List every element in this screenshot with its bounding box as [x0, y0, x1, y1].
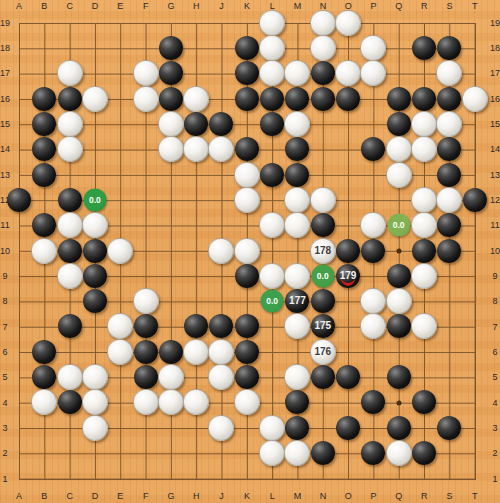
board-point-A5[interactable] — [6, 364, 31, 389]
board-point-M11[interactable] — [285, 213, 310, 238]
board-point-D14[interactable] — [82, 137, 107, 162]
board-point-J11[interactable] — [209, 213, 234, 238]
board-point-G14[interactable] — [158, 137, 183, 162]
board-point-A9[interactable] — [6, 263, 31, 288]
board-point-H17[interactable] — [184, 61, 209, 86]
board-point-J15[interactable] — [209, 111, 234, 136]
board-point-B1[interactable] — [32, 466, 57, 491]
board-point-P16[interactable] — [361, 86, 386, 111]
board-point-P2[interactable] — [361, 440, 386, 465]
board-point-S1[interactable] — [437, 466, 462, 491]
board-point-G3[interactable] — [158, 415, 183, 440]
board-point-K10[interactable] — [234, 238, 259, 263]
board-point-K4[interactable] — [234, 390, 259, 415]
board-point-P19[interactable] — [361, 10, 386, 35]
board-point-K15[interactable] — [234, 111, 259, 136]
board-point-K6[interactable] — [234, 339, 259, 364]
board-point-O19[interactable] — [335, 10, 360, 35]
board-point-F14[interactable] — [133, 137, 158, 162]
board-point-S13[interactable] — [437, 162, 462, 187]
board-point-L10[interactable] — [259, 238, 284, 263]
board-point-E12[interactable] — [108, 187, 133, 212]
board-point-N4[interactable] — [310, 390, 335, 415]
board-point-L2[interactable] — [259, 440, 284, 465]
board-point-J16[interactable] — [209, 86, 234, 111]
board-point-B9[interactable] — [32, 263, 57, 288]
board-point-D8[interactable] — [82, 288, 107, 313]
board-point-O1[interactable] — [335, 466, 360, 491]
board-point-J6[interactable] — [209, 339, 234, 364]
board-point-R5[interactable] — [411, 364, 436, 389]
board-point-B18[interactable] — [32, 35, 57, 60]
board-point-D7[interactable] — [82, 314, 107, 339]
board-point-C17[interactable] — [57, 61, 82, 86]
board-point-L1[interactable] — [259, 466, 284, 491]
board-point-O11[interactable] — [335, 213, 360, 238]
board-point-J7[interactable] — [209, 314, 234, 339]
board-point-G5[interactable] — [158, 364, 183, 389]
board-point-H9[interactable] — [184, 263, 209, 288]
board-point-K1[interactable] — [234, 466, 259, 491]
board-point-F2[interactable] — [133, 440, 158, 465]
board-point-M16[interactable] — [285, 86, 310, 111]
board-point-P12[interactable] — [361, 187, 386, 212]
board-point-A2[interactable] — [6, 440, 31, 465]
board-point-K11[interactable] — [234, 213, 259, 238]
board-point-E3[interactable] — [108, 415, 133, 440]
board-point-H12[interactable] — [184, 187, 209, 212]
board-point-N10[interactable]: 178 — [310, 238, 335, 263]
board-point-S18[interactable] — [437, 35, 462, 60]
board-point-C10[interactable] — [57, 238, 82, 263]
board-point-G16[interactable] — [158, 86, 183, 111]
board-point-M19[interactable] — [285, 10, 310, 35]
board-point-B15[interactable] — [32, 111, 57, 136]
board-point-A3[interactable] — [6, 415, 31, 440]
board-point-A14[interactable] — [6, 137, 31, 162]
board-point-T16[interactable] — [462, 86, 487, 111]
board-point-H14[interactable] — [184, 137, 209, 162]
board-point-O6[interactable] — [335, 339, 360, 364]
board-point-C16[interactable] — [57, 86, 82, 111]
board-point-T18[interactable] — [462, 35, 487, 60]
board-point-J5[interactable] — [209, 364, 234, 389]
board-point-J9[interactable] — [209, 263, 234, 288]
board-point-K12[interactable] — [234, 187, 259, 212]
board-point-S10[interactable] — [437, 238, 462, 263]
board-point-P13[interactable] — [361, 162, 386, 187]
board-point-M9[interactable] — [285, 263, 310, 288]
board-point-C7[interactable] — [57, 314, 82, 339]
board-point-H4[interactable] — [184, 390, 209, 415]
board-point-S8[interactable] — [437, 288, 462, 313]
board-point-L17[interactable] — [259, 61, 284, 86]
board-point-T2[interactable] — [462, 440, 487, 465]
board-point-E16[interactable] — [108, 86, 133, 111]
board-point-A4[interactable] — [6, 390, 31, 415]
board-point-R9[interactable] — [411, 263, 436, 288]
board-point-M1[interactable] — [285, 466, 310, 491]
board-point-P14[interactable] — [361, 137, 386, 162]
board-point-H18[interactable] — [184, 35, 209, 60]
board-point-J13[interactable] — [209, 162, 234, 187]
board-point-L16[interactable] — [259, 86, 284, 111]
board-point-N14[interactable] — [310, 137, 335, 162]
board-point-O3[interactable] — [335, 415, 360, 440]
board-point-S19[interactable] — [437, 10, 462, 35]
board-point-D16[interactable] — [82, 86, 107, 111]
board-point-Q15[interactable] — [386, 111, 411, 136]
board-point-G6[interactable] — [158, 339, 183, 364]
board-point-J12[interactable] — [209, 187, 234, 212]
board-point-O7[interactable] — [335, 314, 360, 339]
board-point-G19[interactable] — [158, 10, 183, 35]
board-point-K3[interactable] — [234, 415, 259, 440]
board-point-K8[interactable] — [234, 288, 259, 313]
board-point-S4[interactable] — [437, 390, 462, 415]
board-point-R10[interactable] — [411, 238, 436, 263]
board-point-Q18[interactable] — [386, 35, 411, 60]
board-point-C3[interactable] — [57, 415, 82, 440]
board-point-L8[interactable]: 0.0 — [259, 288, 284, 313]
board-point-P15[interactable] — [361, 111, 386, 136]
board-point-E5[interactable] — [108, 364, 133, 389]
board-point-D1[interactable] — [82, 466, 107, 491]
board-point-J2[interactable] — [209, 440, 234, 465]
board-point-Q3[interactable] — [386, 415, 411, 440]
board-point-N8[interactable] — [310, 288, 335, 313]
board-point-E9[interactable] — [108, 263, 133, 288]
board-point-M4[interactable] — [285, 390, 310, 415]
board-point-H15[interactable] — [184, 111, 209, 136]
board-point-L18[interactable] — [259, 35, 284, 60]
board-point-S3[interactable] — [437, 415, 462, 440]
board-point-C19[interactable] — [57, 10, 82, 35]
board-point-G17[interactable] — [158, 61, 183, 86]
board-point-G2[interactable] — [158, 440, 183, 465]
board-point-E6[interactable] — [108, 339, 133, 364]
board-point-J3[interactable] — [209, 415, 234, 440]
board-point-T9[interactable] — [462, 263, 487, 288]
board-point-G11[interactable] — [158, 213, 183, 238]
board-point-M2[interactable] — [285, 440, 310, 465]
board-point-M7[interactable] — [285, 314, 310, 339]
board-point-R6[interactable] — [411, 339, 436, 364]
board-point-S11[interactable] — [437, 213, 462, 238]
board-point-L4[interactable] — [259, 390, 284, 415]
board-point-S6[interactable] — [437, 339, 462, 364]
board-point-O10[interactable] — [335, 238, 360, 263]
board-point-N2[interactable] — [310, 440, 335, 465]
board-point-L19[interactable] — [259, 10, 284, 35]
board-point-B12[interactable] — [32, 187, 57, 212]
board-point-G13[interactable] — [158, 162, 183, 187]
board-point-L7[interactable] — [259, 314, 284, 339]
board-point-A19[interactable] — [6, 10, 31, 35]
board-point-K19[interactable] — [234, 10, 259, 35]
board-point-L5[interactable] — [259, 364, 284, 389]
board-point-J10[interactable] — [209, 238, 234, 263]
board-point-C2[interactable] — [57, 440, 82, 465]
board-point-R4[interactable] — [411, 390, 436, 415]
board-point-H1[interactable] — [184, 466, 209, 491]
board-point-F15[interactable] — [133, 111, 158, 136]
board-point-A6[interactable] — [6, 339, 31, 364]
board-point-Q11[interactable]: 0.0 — [386, 213, 411, 238]
board-point-F17[interactable] — [133, 61, 158, 86]
board-point-K5[interactable] — [234, 364, 259, 389]
board-point-R13[interactable] — [411, 162, 436, 187]
board-point-N16[interactable] — [310, 86, 335, 111]
board-point-D17[interactable] — [82, 61, 107, 86]
board-point-R15[interactable] — [411, 111, 436, 136]
board-point-S5[interactable] — [437, 364, 462, 389]
board-point-L12[interactable] — [259, 187, 284, 212]
board-point-E13[interactable] — [108, 162, 133, 187]
board-point-D13[interactable] — [82, 162, 107, 187]
board-point-R17[interactable] — [411, 61, 436, 86]
board-point-K16[interactable] — [234, 86, 259, 111]
board-point-N1[interactable] — [310, 466, 335, 491]
board-point-Q7[interactable] — [386, 314, 411, 339]
board-point-H10[interactable] — [184, 238, 209, 263]
board-point-T11[interactable] — [462, 213, 487, 238]
board-point-Q17[interactable] — [386, 61, 411, 86]
board-point-E10[interactable] — [108, 238, 133, 263]
board-point-G10[interactable] — [158, 238, 183, 263]
board-point-G7[interactable] — [158, 314, 183, 339]
board-point-O4[interactable] — [335, 390, 360, 415]
board-point-T17[interactable] — [462, 61, 487, 86]
board-point-H13[interactable] — [184, 162, 209, 187]
board-point-H2[interactable] — [184, 440, 209, 465]
board-point-J14[interactable] — [209, 137, 234, 162]
board-point-B5[interactable] — [32, 364, 57, 389]
board-point-R2[interactable] — [411, 440, 436, 465]
board-point-F13[interactable] — [133, 162, 158, 187]
board-point-D2[interactable] — [82, 440, 107, 465]
board-point-S16[interactable] — [437, 86, 462, 111]
board-point-C9[interactable] — [57, 263, 82, 288]
board-point-E11[interactable] — [108, 213, 133, 238]
board-point-B14[interactable] — [32, 137, 57, 162]
board-point-B6[interactable] — [32, 339, 57, 364]
board-point-M6[interactable] — [285, 339, 310, 364]
board-point-C11[interactable] — [57, 213, 82, 238]
board-point-D9[interactable] — [82, 263, 107, 288]
board-point-K9[interactable] — [234, 263, 259, 288]
board-point-N11[interactable] — [310, 213, 335, 238]
board-point-J8[interactable] — [209, 288, 234, 313]
board-point-F9[interactable] — [133, 263, 158, 288]
board-point-Q14[interactable] — [386, 137, 411, 162]
board-point-S2[interactable] — [437, 440, 462, 465]
board-point-C15[interactable] — [57, 111, 82, 136]
board-point-K2[interactable] — [234, 440, 259, 465]
board-point-Q4[interactable] — [386, 390, 411, 415]
board-point-A12[interactable] — [6, 187, 31, 212]
board-point-T10[interactable] — [462, 238, 487, 263]
board-point-F6[interactable] — [133, 339, 158, 364]
board-point-H11[interactable] — [184, 213, 209, 238]
board-point-L15[interactable] — [259, 111, 284, 136]
board-point-J18[interactable] — [209, 35, 234, 60]
board-point-L9[interactable] — [259, 263, 284, 288]
board-point-F5[interactable] — [133, 364, 158, 389]
board-point-O5[interactable] — [335, 364, 360, 389]
board-point-O9[interactable]: 179 — [335, 263, 360, 288]
board-point-R7[interactable] — [411, 314, 436, 339]
board-point-H19[interactable] — [184, 10, 209, 35]
board-point-C1[interactable] — [57, 466, 82, 491]
board-point-G18[interactable] — [158, 35, 183, 60]
board-point-K17[interactable] — [234, 61, 259, 86]
board-point-P4[interactable] — [361, 390, 386, 415]
board-point-K18[interactable] — [234, 35, 259, 60]
board-point-M15[interactable] — [285, 111, 310, 136]
board-point-Q9[interactable] — [386, 263, 411, 288]
board-point-E17[interactable] — [108, 61, 133, 86]
board-point-C13[interactable] — [57, 162, 82, 187]
board-point-O15[interactable] — [335, 111, 360, 136]
board-point-T1[interactable] — [462, 466, 487, 491]
board-point-D3[interactable] — [82, 415, 107, 440]
board-point-T8[interactable] — [462, 288, 487, 313]
board-point-L13[interactable] — [259, 162, 284, 187]
board-point-F16[interactable] — [133, 86, 158, 111]
board-point-N6[interactable]: 176 — [310, 339, 335, 364]
board-point-J4[interactable] — [209, 390, 234, 415]
board-point-H5[interactable] — [184, 364, 209, 389]
board-point-N9[interactable]: 0.0 — [310, 263, 335, 288]
board-point-O2[interactable] — [335, 440, 360, 465]
board-point-M13[interactable] — [285, 162, 310, 187]
board-point-P8[interactable] — [361, 288, 386, 313]
board-point-L14[interactable] — [259, 137, 284, 162]
board-point-D19[interactable] — [82, 10, 107, 35]
board-point-A8[interactable] — [6, 288, 31, 313]
board-point-C14[interactable] — [57, 137, 82, 162]
board-point-C12[interactable] — [57, 187, 82, 212]
board-point-Q12[interactable] — [386, 187, 411, 212]
board-point-Q1[interactable] — [386, 466, 411, 491]
board-point-F11[interactable] — [133, 213, 158, 238]
board-point-Q16[interactable] — [386, 86, 411, 111]
board-point-A15[interactable] — [6, 111, 31, 136]
board-point-P9[interactable] — [361, 263, 386, 288]
board-point-H7[interactable] — [184, 314, 209, 339]
board-point-B4[interactable] — [32, 390, 57, 415]
board-point-R1[interactable] — [411, 466, 436, 491]
board-point-T19[interactable] — [462, 10, 487, 35]
board-point-M12[interactable] — [285, 187, 310, 212]
board-point-E2[interactable] — [108, 440, 133, 465]
board-point-R11[interactable] — [411, 213, 436, 238]
board-point-S14[interactable] — [437, 137, 462, 162]
board-point-H3[interactable] — [184, 415, 209, 440]
board-point-N15[interactable] — [310, 111, 335, 136]
board-point-J19[interactable] — [209, 10, 234, 35]
board-point-A13[interactable] — [6, 162, 31, 187]
board-point-E4[interactable] — [108, 390, 133, 415]
board-point-O16[interactable] — [335, 86, 360, 111]
board-point-D11[interactable] — [82, 213, 107, 238]
board-point-G1[interactable] — [158, 466, 183, 491]
board-point-N7[interactable]: 175 — [310, 314, 335, 339]
board-point-O14[interactable] — [335, 137, 360, 162]
board-point-N5[interactable] — [310, 364, 335, 389]
board-point-T12[interactable] — [462, 187, 487, 212]
board-point-F18[interactable] — [133, 35, 158, 60]
board-point-S17[interactable] — [437, 61, 462, 86]
board-point-B3[interactable] — [32, 415, 57, 440]
board-point-S15[interactable] — [437, 111, 462, 136]
board-point-J1[interactable] — [209, 466, 234, 491]
board-point-D18[interactable] — [82, 35, 107, 60]
board-point-N12[interactable] — [310, 187, 335, 212]
board-point-P17[interactable] — [361, 61, 386, 86]
board-point-F12[interactable] — [133, 187, 158, 212]
board-point-E15[interactable] — [108, 111, 133, 136]
board-point-M14[interactable] — [285, 137, 310, 162]
board-point-E19[interactable] — [108, 10, 133, 35]
board-point-R8[interactable] — [411, 288, 436, 313]
board-point-Q5[interactable] — [386, 364, 411, 389]
board-point-E7[interactable] — [108, 314, 133, 339]
board-point-E18[interactable] — [108, 35, 133, 60]
board-point-N19[interactable] — [310, 10, 335, 35]
board-point-D12[interactable]: 0.0 — [82, 187, 107, 212]
board-point-O12[interactable] — [335, 187, 360, 212]
board-point-D10[interactable] — [82, 238, 107, 263]
board-point-Q2[interactable] — [386, 440, 411, 465]
board-point-P18[interactable] — [361, 35, 386, 60]
board-point-C6[interactable] — [57, 339, 82, 364]
board-point-L3[interactable] — [259, 415, 284, 440]
board-point-M18[interactable] — [285, 35, 310, 60]
board-point-T6[interactable] — [462, 339, 487, 364]
board-point-L6[interactable] — [259, 339, 284, 364]
board-point-A7[interactable] — [6, 314, 31, 339]
board-point-Q10[interactable] — [386, 238, 411, 263]
board-point-G15[interactable] — [158, 111, 183, 136]
board-point-O18[interactable] — [335, 35, 360, 60]
board-point-O8[interactable] — [335, 288, 360, 313]
board-point-D6[interactable] — [82, 339, 107, 364]
board-point-T7[interactable] — [462, 314, 487, 339]
board-point-O17[interactable] — [335, 61, 360, 86]
board-point-B7[interactable] — [32, 314, 57, 339]
board-point-H6[interactable] — [184, 339, 209, 364]
board-point-R18[interactable] — [411, 35, 436, 60]
board-point-B10[interactable] — [32, 238, 57, 263]
board-point-F8[interactable] — [133, 288, 158, 313]
board-point-P3[interactable] — [361, 415, 386, 440]
board-point-A17[interactable] — [6, 61, 31, 86]
board-point-L11[interactable] — [259, 213, 284, 238]
board-point-G4[interactable] — [158, 390, 183, 415]
board-point-B2[interactable] — [32, 440, 57, 465]
board-point-P6[interactable] — [361, 339, 386, 364]
board-point-B13[interactable] — [32, 162, 57, 187]
board-point-E14[interactable] — [108, 137, 133, 162]
board-point-T5[interactable] — [462, 364, 487, 389]
board-point-E1[interactable] — [108, 466, 133, 491]
board-point-R14[interactable] — [411, 137, 436, 162]
board-point-Q13[interactable] — [386, 162, 411, 187]
board-point-T3[interactable] — [462, 415, 487, 440]
board-point-F7[interactable] — [133, 314, 158, 339]
